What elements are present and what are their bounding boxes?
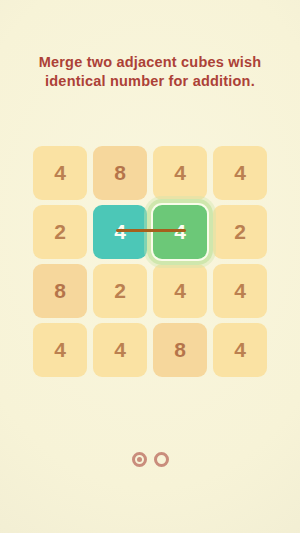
tile-r3c4[interactable]: 4 [213, 264, 267, 318]
tile-r3c1[interactable]: 8 [33, 264, 87, 318]
tile-r1c2[interactable]: 8 [93, 146, 147, 200]
page-dot-1[interactable] [132, 452, 147, 467]
tile-r4c2[interactable]: 4 [93, 323, 147, 377]
instruction-line-2: identical number for addition. [0, 72, 300, 91]
tile-r2c2-selected[interactable]: 4 [93, 205, 147, 259]
tile-r3c2[interactable]: 2 [93, 264, 147, 318]
game-board: 4 8 4 4 2 4 4 2 8 2 4 4 4 4 8 4 [33, 146, 267, 377]
page-indicator [0, 452, 300, 467]
tile-r3c3[interactable]: 4 [153, 264, 207, 318]
instruction-line-1: Merge two adjacent cubes wish [0, 53, 300, 72]
tile-r4c1[interactable]: 4 [33, 323, 87, 377]
merge-connector-line [116, 229, 186, 232]
tile-r2c4[interactable]: 2 [213, 205, 267, 259]
tile-r2c3-merge-target[interactable]: 4 [153, 205, 207, 259]
tile-r1c3[interactable]: 4 [153, 146, 207, 200]
tile-r1c4[interactable]: 4 [213, 146, 267, 200]
tile-r1c1[interactable]: 4 [33, 146, 87, 200]
tile-r2c1[interactable]: 2 [33, 205, 87, 259]
instruction-text: Merge two adjacent cubes wish identical … [0, 53, 300, 91]
page-dot-2[interactable] [154, 452, 169, 467]
tile-r4c4[interactable]: 4 [213, 323, 267, 377]
tutorial-screen: Merge two adjacent cubes wish identical … [0, 0, 300, 533]
tile-r4c3[interactable]: 8 [153, 323, 207, 377]
